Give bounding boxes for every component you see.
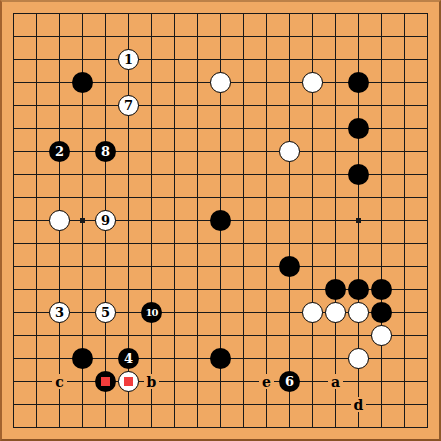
go-board: 1728935104cbe6ad bbox=[2, 2, 439, 439]
grid-line-v bbox=[404, 25, 405, 48]
grid-line-v bbox=[128, 163, 129, 186]
intersection bbox=[278, 71, 301, 94]
white-stone: 5 bbox=[95, 302, 116, 323]
grid-line-v bbox=[13, 393, 14, 416]
grid-line-v bbox=[59, 255, 60, 278]
intersection bbox=[232, 71, 255, 94]
intersection bbox=[2, 416, 25, 439]
intersection bbox=[209, 48, 232, 71]
grid-line-v bbox=[289, 324, 290, 347]
grid-line-v bbox=[174, 48, 175, 71]
intersection: a bbox=[324, 370, 347, 393]
intersection bbox=[163, 163, 186, 186]
intersection bbox=[278, 347, 301, 370]
grid-line-v bbox=[13, 324, 14, 347]
grid-line-v bbox=[151, 25, 152, 48]
grid-line-v bbox=[427, 13, 428, 25]
intersection bbox=[163, 255, 186, 278]
grid-line-v bbox=[82, 186, 83, 209]
intersection bbox=[140, 324, 163, 347]
intersection bbox=[301, 71, 324, 94]
intersection bbox=[278, 324, 301, 347]
intersection: 2 bbox=[48, 140, 71, 163]
grid-line-v bbox=[82, 301, 83, 324]
grid-line-v bbox=[36, 48, 37, 71]
grid-line-v bbox=[13, 347, 14, 370]
grid-line-h bbox=[13, 128, 25, 129]
intersection bbox=[186, 301, 209, 324]
intersection bbox=[370, 2, 393, 25]
intersection bbox=[48, 163, 71, 186]
grid-line-h bbox=[13, 243, 25, 244]
grid-line-v bbox=[312, 25, 313, 48]
grid-line-v bbox=[404, 416, 405, 428]
grid-line-v bbox=[381, 163, 382, 186]
go-board-frame: 1728935104cbe6ad bbox=[0, 0, 441, 441]
black-stone bbox=[72, 348, 93, 369]
intersection bbox=[163, 324, 186, 347]
point-label-e: e bbox=[259, 374, 274, 389]
intersection bbox=[163, 393, 186, 416]
grid-line-v bbox=[427, 232, 428, 255]
intersection bbox=[94, 324, 117, 347]
grid-line-v bbox=[36, 393, 37, 416]
intersection bbox=[117, 140, 140, 163]
grid-line-v bbox=[174, 324, 175, 347]
grid-line-v bbox=[381, 209, 382, 232]
intersection bbox=[370, 209, 393, 232]
intersection bbox=[324, 71, 347, 94]
grid-line-v bbox=[59, 416, 60, 428]
grid-line-v bbox=[335, 163, 336, 186]
intersection bbox=[117, 117, 140, 140]
grid-line-v bbox=[105, 13, 106, 25]
grid-line-v bbox=[59, 278, 60, 301]
intersection bbox=[393, 48, 416, 71]
white-stone bbox=[210, 72, 231, 93]
grid-line-v bbox=[59, 347, 60, 370]
grid-line-v bbox=[174, 140, 175, 163]
grid-line-v bbox=[266, 25, 267, 48]
square-marker bbox=[124, 377, 133, 386]
black-stone bbox=[371, 279, 392, 300]
grid-line-v bbox=[266, 140, 267, 163]
grid-line-v bbox=[220, 232, 221, 255]
grid-line-v bbox=[358, 255, 359, 278]
intersection bbox=[255, 117, 278, 140]
intersection bbox=[209, 71, 232, 94]
grid-line-v bbox=[82, 324, 83, 347]
intersection bbox=[140, 163, 163, 186]
intersection bbox=[48, 324, 71, 347]
grid-line-v bbox=[197, 324, 198, 347]
grid-line-v bbox=[128, 301, 129, 324]
intersection bbox=[209, 416, 232, 439]
grid-line-h bbox=[13, 404, 25, 405]
grid-line-v bbox=[174, 301, 175, 324]
intersection bbox=[324, 324, 347, 347]
intersection bbox=[2, 347, 25, 370]
intersection bbox=[71, 255, 94, 278]
intersection bbox=[347, 301, 370, 324]
intersection bbox=[232, 2, 255, 25]
grid-line-v bbox=[358, 232, 359, 255]
grid-line-v bbox=[13, 278, 14, 301]
grid-line-v bbox=[197, 209, 198, 232]
grid-line-v bbox=[197, 232, 198, 255]
grid-line-v bbox=[427, 94, 428, 117]
grid-line-v bbox=[289, 25, 290, 48]
intersection bbox=[48, 347, 71, 370]
intersection bbox=[347, 48, 370, 71]
intersection bbox=[48, 186, 71, 209]
intersection bbox=[71, 324, 94, 347]
grid-line-v bbox=[312, 278, 313, 301]
intersection bbox=[140, 255, 163, 278]
intersection bbox=[301, 232, 324, 255]
intersection bbox=[301, 324, 324, 347]
grid-line-h bbox=[13, 174, 25, 175]
grid-line-v bbox=[312, 232, 313, 255]
grid-line-v bbox=[36, 25, 37, 48]
white-stone: 1 bbox=[118, 49, 139, 70]
intersection bbox=[71, 48, 94, 71]
intersection bbox=[25, 2, 48, 25]
grid-line-v bbox=[36, 301, 37, 324]
grid-line-v bbox=[128, 416, 129, 428]
grid-line-v bbox=[82, 94, 83, 117]
intersection bbox=[393, 416, 416, 439]
grid-line-v bbox=[174, 232, 175, 255]
grid-line-v bbox=[220, 278, 221, 301]
intersection bbox=[209, 370, 232, 393]
intersection bbox=[209, 2, 232, 25]
grid-line-v bbox=[36, 416, 37, 428]
grid-line-v bbox=[289, 393, 290, 416]
grid-line-v bbox=[36, 186, 37, 209]
grid-line-v bbox=[220, 370, 221, 393]
white-stone bbox=[348, 302, 369, 323]
intersection bbox=[186, 278, 209, 301]
intersection bbox=[163, 71, 186, 94]
grid-line-v bbox=[36, 370, 37, 393]
grid-line-v bbox=[404, 324, 405, 347]
grid-line-v bbox=[128, 71, 129, 94]
intersection bbox=[232, 140, 255, 163]
intersection: 7 bbox=[117, 94, 140, 117]
grid-line-v bbox=[312, 140, 313, 163]
square-marker bbox=[101, 377, 110, 386]
intersection bbox=[278, 209, 301, 232]
intersection bbox=[25, 186, 48, 209]
grid-line-v bbox=[59, 13, 60, 25]
grid-line-v bbox=[59, 163, 60, 186]
intersection bbox=[347, 232, 370, 255]
grid-line-v bbox=[59, 232, 60, 255]
intersection bbox=[416, 393, 439, 416]
intersection bbox=[163, 186, 186, 209]
intersection bbox=[2, 301, 25, 324]
intersection bbox=[278, 163, 301, 186]
intersection bbox=[324, 163, 347, 186]
intersection bbox=[393, 393, 416, 416]
intersection bbox=[140, 393, 163, 416]
intersection bbox=[48, 209, 71, 232]
intersection bbox=[324, 209, 347, 232]
grid-line-v bbox=[13, 71, 14, 94]
grid-line-v bbox=[381, 347, 382, 370]
intersection bbox=[255, 163, 278, 186]
grid-line-v bbox=[174, 416, 175, 428]
grid-line-v bbox=[197, 278, 198, 301]
grid-line-v bbox=[243, 370, 244, 393]
intersection bbox=[416, 117, 439, 140]
grid-line-v bbox=[266, 48, 267, 71]
grid-line-h bbox=[13, 266, 25, 267]
intersection bbox=[393, 370, 416, 393]
grid-line-v bbox=[151, 48, 152, 71]
grid-line-h bbox=[13, 82, 25, 83]
intersection bbox=[232, 416, 255, 439]
intersection bbox=[370, 301, 393, 324]
grid-line-v bbox=[266, 255, 267, 278]
intersection bbox=[71, 186, 94, 209]
intersection bbox=[278, 416, 301, 439]
intersection bbox=[393, 209, 416, 232]
intersection bbox=[140, 48, 163, 71]
intersection bbox=[370, 416, 393, 439]
grid-line-v bbox=[427, 347, 428, 370]
intersection bbox=[25, 117, 48, 140]
intersection bbox=[140, 209, 163, 232]
grid-line-v bbox=[266, 416, 267, 428]
black-stone bbox=[210, 348, 231, 369]
intersection bbox=[278, 301, 301, 324]
intersection bbox=[117, 301, 140, 324]
intersection bbox=[94, 232, 117, 255]
intersection bbox=[25, 209, 48, 232]
grid-line-v bbox=[220, 416, 221, 428]
grid-line-v bbox=[243, 255, 244, 278]
intersection bbox=[117, 71, 140, 94]
grid-line-v bbox=[13, 25, 14, 48]
grid-line-v bbox=[427, 186, 428, 209]
intersection bbox=[301, 117, 324, 140]
intersection bbox=[163, 25, 186, 48]
intersection bbox=[255, 278, 278, 301]
intersection bbox=[163, 140, 186, 163]
grid-line-v bbox=[220, 94, 221, 117]
intersection bbox=[209, 278, 232, 301]
white-stone bbox=[325, 302, 346, 323]
grid-line-h bbox=[13, 358, 25, 359]
grid-line-v bbox=[197, 117, 198, 140]
grid-line-v bbox=[174, 370, 175, 393]
intersection bbox=[347, 278, 370, 301]
intersection bbox=[117, 2, 140, 25]
grid-line-v bbox=[427, 324, 428, 347]
grid-line-v bbox=[105, 163, 106, 186]
intersection: 10 bbox=[140, 301, 163, 324]
intersection bbox=[48, 232, 71, 255]
intersection bbox=[232, 393, 255, 416]
intersection bbox=[71, 163, 94, 186]
grid-line-v bbox=[381, 393, 382, 416]
intersection bbox=[71, 278, 94, 301]
intersection bbox=[278, 232, 301, 255]
intersection bbox=[2, 163, 25, 186]
intersection bbox=[117, 186, 140, 209]
grid-line-v bbox=[427, 370, 428, 393]
intersection bbox=[163, 347, 186, 370]
grid-line-v bbox=[427, 163, 428, 186]
grid-line-v bbox=[312, 347, 313, 370]
intersection bbox=[232, 301, 255, 324]
grid-line-v bbox=[404, 186, 405, 209]
intersection bbox=[163, 117, 186, 140]
intersection bbox=[301, 94, 324, 117]
intersection bbox=[255, 186, 278, 209]
intersection bbox=[232, 117, 255, 140]
intersection bbox=[255, 25, 278, 48]
intersection bbox=[117, 163, 140, 186]
grid-line-v bbox=[36, 232, 37, 255]
grid-line-v bbox=[105, 255, 106, 278]
grid-line-v bbox=[36, 278, 37, 301]
intersection bbox=[370, 163, 393, 186]
grid-line-v bbox=[243, 416, 244, 428]
grid-line-v bbox=[128, 278, 129, 301]
grid-line-h bbox=[13, 105, 25, 106]
grid-line-v bbox=[404, 163, 405, 186]
move-number: 4 bbox=[124, 352, 133, 365]
intersection bbox=[370, 71, 393, 94]
intersection bbox=[2, 278, 25, 301]
grid-line-v bbox=[312, 163, 313, 186]
intersection bbox=[163, 416, 186, 439]
grid-line-v bbox=[243, 393, 244, 416]
intersection bbox=[347, 255, 370, 278]
intersection: 4 bbox=[117, 347, 140, 370]
intersection bbox=[2, 186, 25, 209]
intersection bbox=[71, 347, 94, 370]
black-stone bbox=[348, 279, 369, 300]
grid-line-v bbox=[197, 163, 198, 186]
intersection bbox=[393, 278, 416, 301]
intersection bbox=[71, 209, 94, 232]
intersection bbox=[370, 393, 393, 416]
grid-line-v bbox=[404, 94, 405, 117]
intersection bbox=[2, 71, 25, 94]
grid-line-v bbox=[427, 117, 428, 140]
grid-line-v bbox=[59, 48, 60, 71]
grid-line-v bbox=[427, 393, 428, 416]
grid-line-h bbox=[13, 381, 25, 382]
grid-line-v bbox=[82, 163, 83, 186]
grid-line-v bbox=[105, 393, 106, 416]
grid-line-v bbox=[151, 209, 152, 232]
intersection bbox=[324, 347, 347, 370]
intersection bbox=[393, 324, 416, 347]
intersection bbox=[186, 71, 209, 94]
grid-line-v bbox=[128, 13, 129, 25]
grid-line-v bbox=[404, 301, 405, 324]
point-label-d: d bbox=[351, 397, 366, 412]
grid-line-v bbox=[174, 347, 175, 370]
intersection bbox=[324, 140, 347, 163]
intersection bbox=[232, 255, 255, 278]
intersection bbox=[301, 25, 324, 48]
grid-line-v bbox=[404, 117, 405, 140]
grid-line-v bbox=[335, 347, 336, 370]
intersection bbox=[163, 209, 186, 232]
intersection bbox=[163, 48, 186, 71]
grid-line-v bbox=[289, 347, 290, 370]
grid-line-v bbox=[335, 48, 336, 71]
grid-line-v bbox=[59, 117, 60, 140]
grid-line-v bbox=[36, 94, 37, 117]
point-label-a: a bbox=[328, 374, 343, 389]
grid-line-v bbox=[312, 186, 313, 209]
grid-line-v bbox=[174, 117, 175, 140]
black-stone bbox=[348, 72, 369, 93]
intersection bbox=[416, 209, 439, 232]
grid-line-v bbox=[427, 416, 428, 428]
intersection bbox=[324, 255, 347, 278]
intersection bbox=[324, 48, 347, 71]
grid-line-v bbox=[197, 94, 198, 117]
move-number: 3 bbox=[55, 306, 64, 319]
grid-line-v bbox=[151, 324, 152, 347]
intersection bbox=[48, 25, 71, 48]
white-stone bbox=[302, 72, 323, 93]
intersection bbox=[393, 2, 416, 25]
intersection bbox=[416, 324, 439, 347]
intersection bbox=[416, 140, 439, 163]
grid-line-v bbox=[358, 370, 359, 393]
grid-line-v bbox=[243, 71, 244, 94]
intersection bbox=[232, 94, 255, 117]
grid-line-v bbox=[335, 94, 336, 117]
intersection bbox=[186, 94, 209, 117]
black-stone bbox=[279, 256, 300, 277]
intersection bbox=[2, 2, 25, 25]
grid-line-v bbox=[220, 324, 221, 347]
black-stone bbox=[72, 72, 93, 93]
move-number: 1 bbox=[124, 53, 133, 66]
grid-line-v bbox=[174, 25, 175, 48]
grid-line-v bbox=[105, 117, 106, 140]
grid-line-v bbox=[197, 140, 198, 163]
white-stone bbox=[279, 141, 300, 162]
intersection bbox=[416, 163, 439, 186]
grid-line-v bbox=[197, 25, 198, 48]
intersection bbox=[209, 140, 232, 163]
intersection bbox=[25, 416, 48, 439]
intersection bbox=[347, 163, 370, 186]
intersection bbox=[278, 94, 301, 117]
grid-line-v bbox=[105, 278, 106, 301]
grid-line-v bbox=[404, 13, 405, 25]
intersection bbox=[209, 186, 232, 209]
intersection bbox=[94, 416, 117, 439]
intersection bbox=[416, 94, 439, 117]
grid-line-v bbox=[59, 393, 60, 416]
intersection bbox=[186, 232, 209, 255]
intersection bbox=[71, 94, 94, 117]
intersection bbox=[232, 163, 255, 186]
grid-line-h bbox=[13, 151, 25, 152]
